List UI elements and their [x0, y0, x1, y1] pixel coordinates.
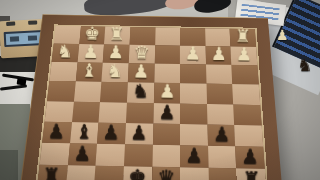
- cable-plug: [17, 78, 27, 85]
- square-d1: [155, 27, 180, 45]
- square-h6: ♟: [42, 121, 72, 143]
- captured-white-pawn: ♟: [276, 28, 289, 42]
- square-e8: ♚: [123, 166, 152, 180]
- piece-bP: ♟: [153, 99, 181, 124]
- square-d5: ♟: [153, 103, 180, 124]
- square-c4: [180, 83, 207, 103]
- square-e4: ♞: [127, 82, 154, 102]
- square-b8: [208, 168, 237, 180]
- square-g4: [74, 82, 102, 102]
- square-a4: [233, 84, 261, 104]
- square-d6: [152, 123, 180, 145]
- square-h3: [49, 62, 77, 82]
- piece-bK: ♚: [123, 163, 152, 180]
- captured-black-knight: ♞: [297, 58, 312, 72]
- square-a5: [233, 104, 261, 125]
- square-c3: [180, 64, 206, 84]
- piece-bR: ♜: [237, 166, 266, 180]
- square-c2: ♟: [180, 46, 206, 65]
- piece-bP: ♟: [42, 118, 70, 143]
- square-a8: ♜: [237, 168, 267, 180]
- square-b2: ♟: [205, 46, 231, 65]
- desk-surface-bottom-left-dark: [0, 150, 18, 180]
- square-g7: ♟: [68, 143, 98, 166]
- square-c7: ♟: [180, 145, 208, 168]
- square-b4: [206, 84, 233, 104]
- square-c5: [180, 103, 207, 124]
- board-frame: ♚♜♜♞♟♟♛♟♟♟♝♞♟♞♟♟♟♝♟♟♟♟♟♟♜♚♛♜: [18, 14, 284, 180]
- square-f8: [94, 166, 124, 180]
- chess-board: ♚♜♜♞♟♟♛♟♟♟♝♞♟♞♟♟♟♝♟♟♟♟♟♟♜♚♛♜: [18, 14, 284, 180]
- piece-bP: ♟: [180, 142, 209, 168]
- square-f4: [100, 82, 128, 102]
- square-b3: [206, 65, 233, 85]
- piece-bR: ♜: [37, 162, 66, 180]
- square-a2: ♟: [231, 47, 258, 66]
- piece-bQ: ♛: [151, 164, 180, 180]
- square-f6: ♟: [97, 122, 126, 144]
- square-h8: ♜: [37, 165, 68, 180]
- piece-wN: ♞: [52, 39, 78, 63]
- clock-button-right: [28, 20, 37, 24]
- clock-screen: [6, 32, 44, 45]
- clock-digits-left: [10, 36, 19, 41]
- piece-wN: ♞: [102, 59, 129, 83]
- square-g8: [65, 165, 95, 180]
- piece-wB: ♝: [76, 58, 103, 82]
- square-g3: ♝: [75, 63, 102, 83]
- square-a3: [232, 65, 259, 85]
- piece-bP: ♟: [208, 121, 236, 147]
- piece-wP: ♟: [180, 42, 206, 66]
- square-h4: [47, 81, 75, 101]
- piece-bP: ♟: [68, 140, 96, 166]
- piece-bP: ♟: [97, 119, 125, 145]
- piece-wP: ♟: [231, 42, 257, 66]
- piece-wP: ♟: [206, 42, 232, 66]
- piece-bN: ♞: [127, 79, 154, 104]
- square-h2: ♞: [52, 44, 79, 63]
- square-f7: [96, 144, 125, 167]
- square-b6: ♟: [207, 124, 235, 146]
- square-f3: ♞: [102, 63, 129, 83]
- piece-bP: ♟: [125, 120, 153, 146]
- scene: ♚♜♜♞♟♟♛♟♟♟♝♞♟♞♟♟♟♝♟♟♟♟♟♟♜♚♛♜ ♟ ♞: [0, 0, 320, 180]
- clock-button-left: [6, 21, 15, 25]
- board-grid: ♚♜♜♞♟♟♛♟♟♟♝♞♟♞♟♟♟♝♟♟♟♟♟♟♜♚♛♜: [35, 24, 269, 180]
- clock-digits-right: [28, 35, 37, 40]
- square-c8: [180, 167, 209, 180]
- shadow-under-clock: [0, 56, 40, 72]
- square-d8: ♛: [151, 167, 180, 180]
- square-e6: ♟: [125, 123, 153, 145]
- square-d2: [154, 45, 180, 64]
- square-b7: [208, 146, 237, 169]
